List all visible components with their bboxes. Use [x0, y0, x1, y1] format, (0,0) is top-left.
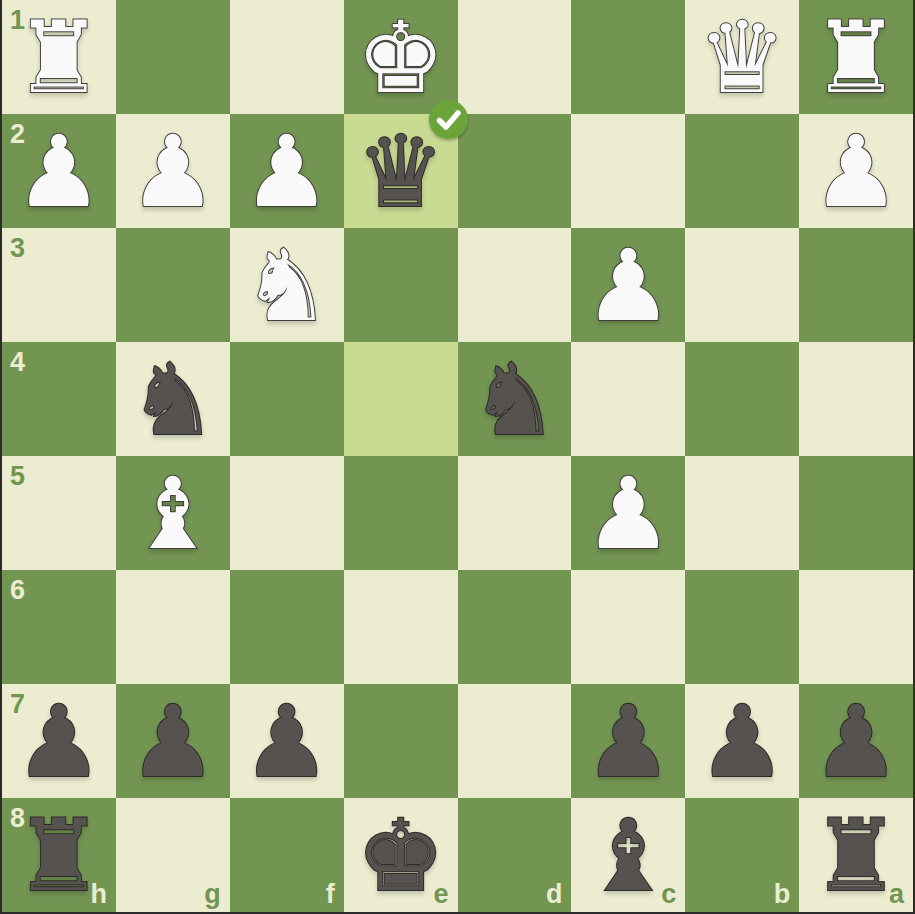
- rank-label-6: 6: [10, 575, 25, 606]
- piece-black-pawn-g7[interactable]: ♟: [128, 692, 217, 791]
- square-d2[interactable]: [458, 114, 572, 228]
- square-g2[interactable]: ♟: [116, 114, 230, 228]
- square-g5[interactable]: ♝: [116, 456, 230, 570]
- square-h1[interactable]: 1♜: [2, 0, 116, 114]
- piece-black-knight-g4[interactable]: ♞: [128, 350, 217, 449]
- square-h2[interactable]: 2♟: [2, 114, 116, 228]
- square-b8[interactable]: b: [685, 798, 799, 912]
- square-b1[interactable]: ♛: [685, 0, 799, 114]
- square-b6[interactable]: [685, 570, 799, 684]
- square-e3[interactable]: [344, 228, 458, 342]
- piece-black-pawn-b7[interactable]: ♟: [698, 692, 787, 791]
- square-h7[interactable]: 7♟: [2, 684, 116, 798]
- square-h8[interactable]: 8h♜: [2, 798, 116, 912]
- square-a7[interactable]: ♟: [799, 684, 913, 798]
- file-label-f: f: [326, 879, 335, 910]
- square-h6[interactable]: 6: [2, 570, 116, 684]
- file-label-d: d: [546, 879, 563, 910]
- piece-white-rook-a1[interactable]: ♜: [812, 8, 901, 107]
- file-label-e: e: [433, 879, 448, 910]
- square-a3[interactable]: [799, 228, 913, 342]
- square-h3[interactable]: 3: [2, 228, 116, 342]
- piece-white-knight-f3[interactable]: ♞: [242, 236, 331, 335]
- piece-black-pawn-f7[interactable]: ♟: [242, 692, 331, 791]
- square-e8[interactable]: e♚: [344, 798, 458, 912]
- square-e5[interactable]: [344, 456, 458, 570]
- square-h5[interactable]: 5: [2, 456, 116, 570]
- square-c3[interactable]: ♟: [571, 228, 685, 342]
- square-b5[interactable]: [685, 456, 799, 570]
- piece-black-knight-d4[interactable]: ♞: [470, 350, 559, 449]
- file-label-c: c: [661, 879, 676, 910]
- square-c8[interactable]: c♝: [571, 798, 685, 912]
- piece-white-pawn-c5[interactable]: ♟: [584, 464, 673, 563]
- piece-white-pawn-c3[interactable]: ♟: [584, 236, 673, 335]
- rank-label-3: 3: [10, 233, 25, 264]
- square-g4[interactable]: ♞: [116, 342, 230, 456]
- square-a8[interactable]: a♜: [799, 798, 913, 912]
- square-e4[interactable]: [344, 342, 458, 456]
- square-f1[interactable]: [230, 0, 344, 114]
- file-label-a: a: [889, 879, 904, 910]
- piece-white-pawn-f2[interactable]: ♟: [242, 122, 331, 221]
- rank-label-5: 5: [10, 461, 25, 492]
- square-f6[interactable]: [230, 570, 344, 684]
- square-b2[interactable]: [685, 114, 799, 228]
- square-c6[interactable]: [571, 570, 685, 684]
- correct-move-badge: [429, 100, 468, 139]
- piece-black-pawn-c7[interactable]: ♟: [584, 692, 673, 791]
- square-h4[interactable]: 4: [2, 342, 116, 456]
- square-a2[interactable]: ♟: [799, 114, 913, 228]
- rank-label-1: 1: [10, 5, 25, 36]
- square-f5[interactable]: [230, 456, 344, 570]
- square-e1[interactable]: ♚: [344, 0, 458, 114]
- file-label-b: b: [774, 879, 791, 910]
- square-d3[interactable]: [458, 228, 572, 342]
- square-c4[interactable]: [571, 342, 685, 456]
- square-g8[interactable]: g: [116, 798, 230, 912]
- piece-white-pawn-h2[interactable]: ♟: [15, 122, 104, 221]
- square-f4[interactable]: [230, 342, 344, 456]
- square-b7[interactable]: ♟: [685, 684, 799, 798]
- piece-white-king-e1[interactable]: ♚: [356, 8, 445, 107]
- square-d6[interactable]: [458, 570, 572, 684]
- square-b4[interactable]: [685, 342, 799, 456]
- piece-white-rook-h1[interactable]: ♜: [15, 8, 104, 107]
- rank-label-7: 7: [10, 689, 25, 720]
- square-e7[interactable]: [344, 684, 458, 798]
- piece-white-pawn-a2[interactable]: ♟: [812, 122, 901, 221]
- file-label-g: g: [204, 879, 221, 910]
- piece-black-pawn-h7[interactable]: ♟: [15, 692, 104, 791]
- square-a1[interactable]: ♜: [799, 0, 913, 114]
- square-f3[interactable]: ♞: [230, 228, 344, 342]
- square-g1[interactable]: [116, 0, 230, 114]
- square-g3[interactable]: [116, 228, 230, 342]
- file-label-h: h: [90, 879, 107, 910]
- square-b3[interactable]: [685, 228, 799, 342]
- square-g7[interactable]: ♟: [116, 684, 230, 798]
- checkmark-icon: [429, 100, 468, 139]
- rank-label-2: 2: [10, 119, 25, 150]
- square-a4[interactable]: [799, 342, 913, 456]
- square-f2[interactable]: ♟: [230, 114, 344, 228]
- square-c2[interactable]: [571, 114, 685, 228]
- square-f7[interactable]: ♟: [230, 684, 344, 798]
- piece-white-queen-b1[interactable]: ♛: [698, 8, 787, 107]
- square-f8[interactable]: f: [230, 798, 344, 912]
- square-d1[interactable]: [458, 0, 572, 114]
- square-g6[interactable]: [116, 570, 230, 684]
- square-a5[interactable]: [799, 456, 913, 570]
- square-c5[interactable]: ♟: [571, 456, 685, 570]
- square-d5[interactable]: [458, 456, 572, 570]
- square-c1[interactable]: [571, 0, 685, 114]
- square-e6[interactable]: [344, 570, 458, 684]
- rank-label-4: 4: [10, 347, 25, 378]
- piece-white-pawn-g2[interactable]: ♟: [128, 122, 217, 221]
- rank-label-8: 8: [10, 803, 25, 834]
- square-d7[interactable]: [458, 684, 572, 798]
- square-c7[interactable]: ♟: [571, 684, 685, 798]
- piece-black-pawn-a7[interactable]: ♟: [812, 692, 901, 791]
- square-e2[interactable]: ♛: [344, 114, 458, 228]
- chess-board: 1♜♚♛♜2♟♟♟♛♟3♞♟4♞♞5♝♟67♟♟♟♟♟♟8h♜gfe♚dc♝ba…: [2, 0, 913, 912]
- square-d8[interactable]: d: [458, 798, 572, 912]
- square-d4[interactable]: ♞: [458, 342, 572, 456]
- piece-white-bishop-g5[interactable]: ♝: [128, 464, 217, 563]
- square-a6[interactable]: [799, 570, 913, 684]
- piece-black-bishop-c8[interactable]: ♝: [584, 806, 673, 905]
- piece-black-rook-a8[interactable]: ♜: [812, 806, 901, 905]
- piece-black-king-e8[interactable]: ♚: [356, 806, 445, 905]
